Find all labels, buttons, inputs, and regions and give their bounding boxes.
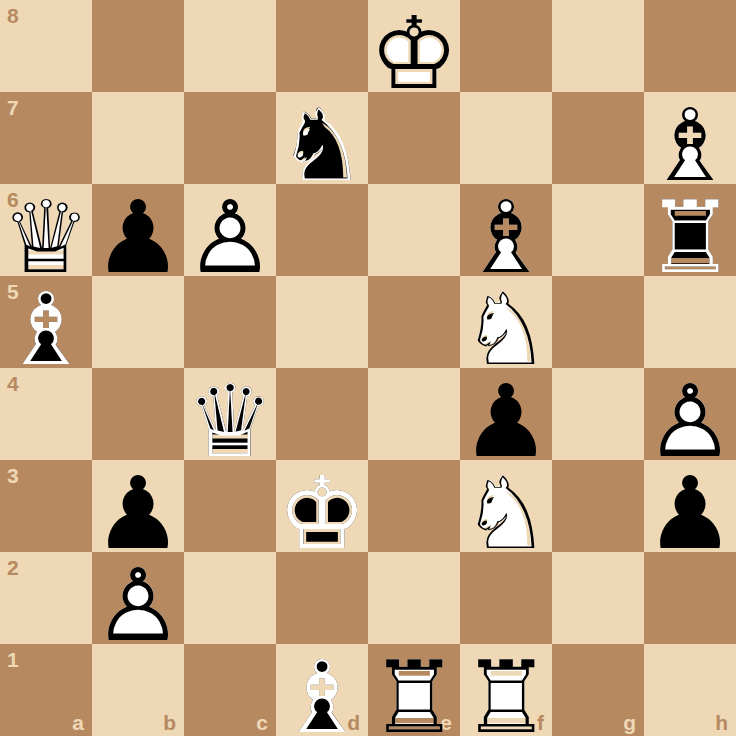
- white-king-detail: ♔: [369, 4, 459, 104]
- square-f5[interactable]: ♞♘: [460, 276, 552, 368]
- white-pawn-detail: ♙: [185, 188, 275, 288]
- rank-label-7: 7: [7, 96, 19, 120]
- rank-label-3: 3: [7, 464, 19, 488]
- white-queen-glyph: ♛: [1, 188, 91, 288]
- white-bishop[interactable]: ♝♗: [644, 92, 736, 184]
- white-knight-detail: ♘: [461, 464, 551, 564]
- square-g6[interactable]: [552, 184, 644, 276]
- square-h5[interactable]: [644, 276, 736, 368]
- square-c3[interactable]: [184, 460, 276, 552]
- black-rook-glyph: ♜: [645, 188, 735, 288]
- square-g4[interactable]: [552, 368, 644, 460]
- white-rook-detail: ♖: [461, 648, 551, 736]
- square-h7[interactable]: ♝♗: [644, 92, 736, 184]
- white-bishop-detail: ♗: [645, 96, 735, 196]
- square-h3[interactable]: ♟: [644, 460, 736, 552]
- square-b1[interactable]: b: [92, 644, 184, 736]
- square-f6[interactable]: ♝♗: [460, 184, 552, 276]
- black-bishop[interactable]: ♝♗: [0, 276, 92, 368]
- square-a3[interactable]: 3: [0, 460, 92, 552]
- square-g7[interactable]: [552, 92, 644, 184]
- white-knight-glyph: ♞: [461, 280, 551, 380]
- white-queen[interactable]: ♛♕: [0, 184, 92, 276]
- square-g1[interactable]: g: [552, 644, 644, 736]
- black-pawn[interactable]: ♟: [92, 184, 184, 276]
- black-king-glyph: ♚: [277, 464, 367, 564]
- square-c5[interactable]: [184, 276, 276, 368]
- white-rook[interactable]: ♜♖: [368, 644, 460, 736]
- square-e2[interactable]: [368, 552, 460, 644]
- chess-board: 8♚♔7♞♘♝♗6♛♕♟♟♙♝♗♜♖5♝♗♞♘4♛♕♟♟♙3♟♚♔♞♘♟2♟♙1…: [0, 0, 736, 736]
- square-a8[interactable]: 8: [0, 0, 92, 92]
- square-d8[interactable]: [276, 0, 368, 92]
- square-b8[interactable]: [92, 0, 184, 92]
- square-c2[interactable]: [184, 552, 276, 644]
- square-a4[interactable]: 4: [0, 368, 92, 460]
- black-pawn-glyph: ♟: [93, 188, 183, 288]
- file-label-g: g: [623, 711, 636, 735]
- square-f7[interactable]: [460, 92, 552, 184]
- square-h2[interactable]: [644, 552, 736, 644]
- square-h6[interactable]: ♜♖: [644, 184, 736, 276]
- white-queen-detail: ♕: [1, 188, 91, 288]
- square-g3[interactable]: [552, 460, 644, 552]
- square-d2[interactable]: [276, 552, 368, 644]
- black-queen-glyph: ♛: [185, 372, 275, 472]
- square-e4[interactable]: [368, 368, 460, 460]
- square-e7[interactable]: [368, 92, 460, 184]
- black-queen[interactable]: ♛♕: [184, 368, 276, 460]
- white-pawn-glyph: ♟: [93, 556, 183, 656]
- file-label-a: a: [72, 711, 84, 735]
- square-e6[interactable]: [368, 184, 460, 276]
- black-pawn[interactable]: ♟: [92, 460, 184, 552]
- white-pawn-glyph: ♟: [645, 372, 735, 472]
- square-a6[interactable]: 6♛♕: [0, 184, 92, 276]
- black-knight-glyph: ♞: [277, 96, 367, 196]
- white-bishop-glyph: ♝: [461, 188, 551, 288]
- black-pawn[interactable]: ♟: [460, 368, 552, 460]
- square-f1[interactable]: f♜♖: [460, 644, 552, 736]
- square-e3[interactable]: [368, 460, 460, 552]
- square-d3[interactable]: ♚♔: [276, 460, 368, 552]
- square-b4[interactable]: [92, 368, 184, 460]
- square-d4[interactable]: [276, 368, 368, 460]
- black-bishop-detail: ♗: [1, 280, 91, 380]
- black-rook-detail: ♖: [645, 188, 735, 288]
- square-c8[interactable]: [184, 0, 276, 92]
- square-d5[interactable]: [276, 276, 368, 368]
- rank-label-2: 2: [7, 556, 19, 580]
- square-g2[interactable]: [552, 552, 644, 644]
- square-f2[interactable]: [460, 552, 552, 644]
- black-knight[interactable]: ♞♘: [276, 92, 368, 184]
- black-knight-detail: ♘: [277, 96, 367, 196]
- square-h4[interactable]: ♟♙: [644, 368, 736, 460]
- white-rook[interactable]: ♜♖: [460, 644, 552, 736]
- black-pawn-glyph: ♟: [645, 464, 735, 564]
- rank-label-8: 8: [7, 4, 19, 28]
- square-b6[interactable]: ♟: [92, 184, 184, 276]
- square-c7[interactable]: [184, 92, 276, 184]
- square-f4[interactable]: ♟: [460, 368, 552, 460]
- white-rook-detail: ♖: [369, 648, 459, 736]
- file-label-h: h: [715, 711, 728, 735]
- white-king[interactable]: ♚♔: [368, 0, 460, 92]
- square-b3[interactable]: ♟: [92, 460, 184, 552]
- black-bishop[interactable]: ♝♗: [276, 644, 368, 736]
- square-g5[interactable]: [552, 276, 644, 368]
- black-bishop-glyph: ♝: [1, 280, 91, 380]
- square-a1[interactable]: 1a: [0, 644, 92, 736]
- white-pawn-detail: ♙: [93, 556, 183, 656]
- white-pawn-detail: ♙: [645, 372, 735, 472]
- square-e1[interactable]: e♜♖: [368, 644, 460, 736]
- white-rook-glyph: ♜: [461, 648, 551, 736]
- black-bishop-glyph: ♝: [277, 648, 367, 736]
- square-b5[interactable]: [92, 276, 184, 368]
- square-a7[interactable]: 7: [0, 92, 92, 184]
- square-e8[interactable]: ♚♔: [368, 0, 460, 92]
- white-pawn[interactable]: ♟♙: [644, 368, 736, 460]
- square-b2[interactable]: ♟♙: [92, 552, 184, 644]
- white-rook-glyph: ♜: [369, 648, 459, 736]
- file-label-b: b: [163, 711, 176, 735]
- white-knight-detail: ♘: [461, 280, 551, 380]
- square-c4[interactable]: ♛♕: [184, 368, 276, 460]
- white-pawn-glyph: ♟: [185, 188, 275, 288]
- square-c1[interactable]: c: [184, 644, 276, 736]
- square-f8[interactable]: [460, 0, 552, 92]
- black-rook[interactable]: ♜♖: [644, 184, 736, 276]
- file-label-c: c: [256, 711, 268, 735]
- square-e5[interactable]: [368, 276, 460, 368]
- white-knight-glyph: ♞: [461, 464, 551, 564]
- black-bishop-detail: ♗: [277, 648, 367, 736]
- black-king[interactable]: ♚♔: [276, 460, 368, 552]
- square-f3[interactable]: ♞♘: [460, 460, 552, 552]
- white-bishop-detail: ♗: [461, 188, 551, 288]
- black-queen-detail: ♕: [185, 372, 275, 472]
- square-c6[interactable]: ♟♙: [184, 184, 276, 276]
- square-a5[interactable]: 5♝♗: [0, 276, 92, 368]
- white-pawn[interactable]: ♟♙: [92, 552, 184, 644]
- rank-label-4: 4: [7, 372, 19, 396]
- white-knight[interactable]: ♞♘: [460, 276, 552, 368]
- square-g8[interactable]: [552, 0, 644, 92]
- square-a2[interactable]: 2: [0, 552, 92, 644]
- black-pawn[interactable]: ♟: [644, 460, 736, 552]
- square-d6[interactable]: [276, 184, 368, 276]
- square-h1[interactable]: h: [644, 644, 736, 736]
- square-d1[interactable]: d♝♗: [276, 644, 368, 736]
- white-pawn[interactable]: ♟♙: [184, 184, 276, 276]
- black-king-detail: ♔: [277, 464, 367, 564]
- white-bishop-glyph: ♝: [645, 96, 735, 196]
- square-h8[interactable]: [644, 0, 736, 92]
- white-knight[interactable]: ♞♘: [460, 460, 552, 552]
- square-d7[interactable]: ♞♘: [276, 92, 368, 184]
- rank-label-1: 1: [7, 648, 19, 672]
- black-pawn-glyph: ♟: [93, 464, 183, 564]
- black-pawn-glyph: ♟: [461, 372, 551, 472]
- white-bishop[interactable]: ♝♗: [460, 184, 552, 276]
- square-b7[interactable]: [92, 92, 184, 184]
- white-king-glyph: ♚: [369, 4, 459, 104]
